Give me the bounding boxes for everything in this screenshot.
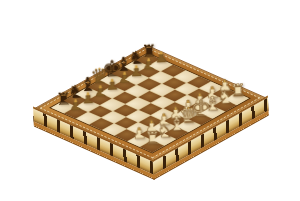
photo-stage: ♜♞♝♛♚♝♞♜♟♟♟♟♟♟♟♟♟♟♟♟♟♟♟♟♜♞♝♛♚♝♞♜ [0,0,300,201]
chess-set: ♜♞♝♛♚♝♞♜♟♟♟♟♟♟♟♟♟♟♟♟♟♟♟♟♜♞♝♛♚♝♞♜ [0,0,300,201]
white-rook-glyph: ♜ [230,82,246,100]
black-pawn-glyph: ♟ [154,50,168,66]
chess-board: ♜♞♝♛♚♝♞♜♟♟♟♟♟♟♟♟♟♟♟♟♟♟♟♟♜♞♝♛♚♝♞♜ [34,45,266,161]
